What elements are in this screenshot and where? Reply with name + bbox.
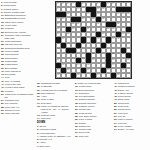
cell-number: 30 <box>72 28 74 30</box>
cell-number: 36 <box>102 33 104 35</box>
cell-number: 45 <box>82 43 84 45</box>
clue-item: 67. Before, in verse <box>114 128 149 131</box>
cell-number: 55 <box>92 53 94 55</box>
cell-number: 40 <box>97 38 99 40</box>
cell-number: 50 <box>77 48 79 50</box>
cell-number: 22 <box>92 18 94 20</box>
cell-number: 10 <box>77 8 79 10</box>
clue-item: 24. Company with a question mark logo <box>1 34 35 40</box>
cell-number: 59 <box>57 59 59 61</box>
cell-number: 65 <box>87 64 89 66</box>
cell-number: 7 <box>107 3 108 5</box>
cell-number: 9 <box>57 8 58 10</box>
grid-cell[interactable] <box>126 73 131 78</box>
cell-number: 6 <box>97 3 98 5</box>
cell-number: 62 <box>127 59 129 61</box>
cell-number: 12 <box>102 8 104 10</box>
clue-item: 39. Corn unit <box>75 135 112 138</box>
cell-number: 1 <box>57 3 58 5</box>
cell-number: 35 <box>67 33 69 35</box>
cell-number: 27 <box>97 23 99 25</box>
cell-number: 71 <box>122 69 124 71</box>
cell-number: 24 <box>57 23 59 25</box>
cell-number: 64 <box>77 64 79 66</box>
cell-number: 63 <box>62 64 64 66</box>
cell-number: 2 <box>62 3 63 5</box>
cell-number: 17 <box>122 13 124 15</box>
cell-number: 48 <box>57 48 59 50</box>
clue-item: 60. Make amends <box>1 112 35 115</box>
cell-number: 38 <box>127 33 129 35</box>
crossword-puzzle-page: { "game": "crossword", "grid": { "rows":… <box>0 0 150 150</box>
cell-number: 8 <box>112 3 113 5</box>
cell-number: 33 <box>112 28 114 30</box>
cell-number: 31 <box>87 28 89 30</box>
cell-number: 56 <box>97 53 99 55</box>
cell-number: 67 <box>57 69 59 71</box>
down-clues-column-1: 8. Critter on a desert sign10. Poet's Mu… <box>75 82 112 149</box>
crossword-grid: 1234567891011121314151617181920212223242… <box>55 1 132 79</box>
cell-number: 68 <box>67 69 69 71</box>
cell-number: 16 <box>117 13 119 15</box>
cell-number: 32 <box>107 28 109 30</box>
cell-number: 39 <box>62 38 64 40</box>
cell-number: 5 <box>82 3 83 5</box>
cell-number: 42 <box>117 38 119 40</box>
cell-number: 34 <box>57 33 59 35</box>
cell-number: 28 <box>117 23 119 25</box>
cell-number: 51 <box>102 48 104 50</box>
cell-number: 11 <box>97 8 99 10</box>
cell-number: 21 <box>82 18 84 20</box>
cell-number: 73 <box>77 74 79 76</box>
cell-number: 18 <box>127 13 129 15</box>
cell-number: 15 <box>97 13 99 15</box>
cell-number: 57 <box>112 53 114 55</box>
cell-number: 29 <box>57 28 59 30</box>
cell-number: 58 <box>122 53 124 55</box>
cell-number: 69 <box>87 69 89 71</box>
clue-item: 51. What noisy neighbors might get <box>1 93 35 99</box>
cell-number: 70 <box>107 69 109 71</box>
cell-number: 46 <box>92 43 94 45</box>
clue-item: 7. Salty drop <box>37 145 73 148</box>
cell-number: 4 <box>72 3 73 5</box>
cell-number: 49 <box>62 48 64 50</box>
cell-number: 52 <box>57 53 59 55</box>
cell-number: 26 <box>77 23 79 25</box>
cell-number: 60 <box>92 59 94 61</box>
cell-number: 37 <box>122 33 124 35</box>
cell-number: 74 <box>97 74 99 76</box>
cell-number: 41 <box>112 38 114 40</box>
down-clues-column-2: 41. Comic's bit42. Neither's partner45. … <box>114 82 149 149</box>
cell-number: 61 <box>112 59 114 61</box>
cell-number: 20 <box>62 18 64 20</box>
cell-number: 44 <box>67 43 69 45</box>
clue-item: 72. What you might do with the ends of 1… <box>37 105 73 114</box>
clues-column-2: 62. Christmas guests?65. Least dotty66. … <box>37 82 73 149</box>
cell-number: 43 <box>57 43 59 45</box>
cell-number: 25 <box>72 23 74 25</box>
clue-item: 74. Until now <box>37 117 73 120</box>
cell-number: 19 <box>57 18 59 20</box>
cell-number: 47 <box>107 43 109 45</box>
cell-number: 72 <box>57 74 59 76</box>
cell-number: 66 <box>112 64 114 66</box>
cell-number: 14 <box>87 13 89 15</box>
cell-number: 13 <box>67 13 69 15</box>
cell-number: 3 <box>67 3 68 5</box>
cell-number: 23 <box>102 18 104 20</box>
cell-number: 54 <box>72 53 74 55</box>
cell-number: 75 <box>117 74 119 76</box>
cell-number: 53 <box>67 53 69 55</box>
across-clues-column: 1. Kind of wage5. Plods along7. Nurses' … <box>1 1 35 149</box>
